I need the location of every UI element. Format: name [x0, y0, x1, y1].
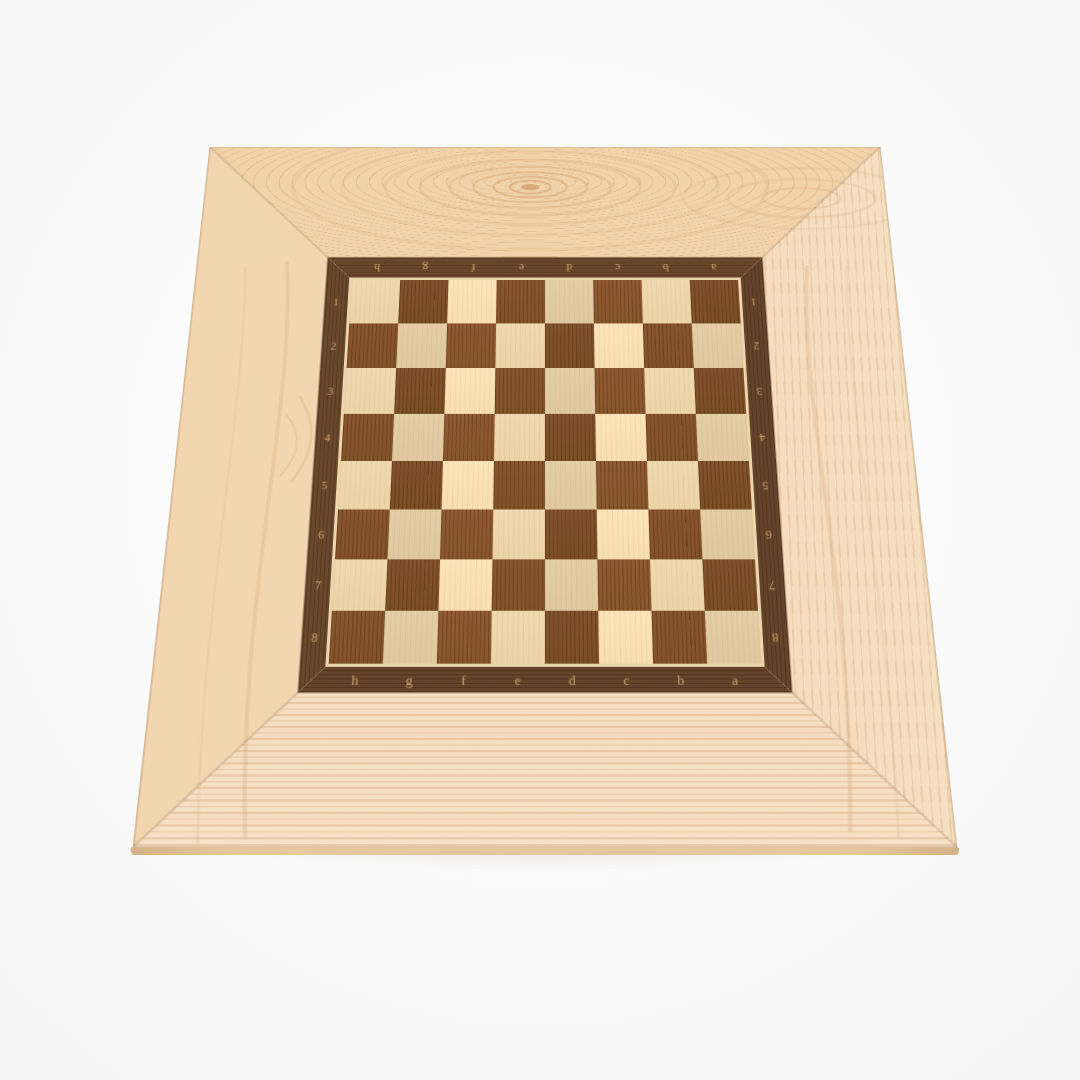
file-label-bottom-d: d — [569, 673, 576, 687]
rank-label-right-5: 5 — [762, 479, 769, 490]
rank-label-left-1: 1 — [333, 297, 339, 307]
file-label-top-d: d — [566, 262, 572, 273]
file-label-bottom-b: b — [677, 673, 684, 687]
square-e5[interactable] — [493, 461, 545, 509]
chessboard: hh11gg22ff33ee44dd55cc66bb77aa88 — [133, 147, 958, 848]
square-c6[interactable] — [597, 509, 650, 559]
file-label-bottom-f: f — [461, 673, 466, 687]
square-d5[interactable] — [545, 461, 597, 509]
square-b6[interactable] — [648, 509, 702, 559]
square-h2[interactable] — [347, 323, 399, 368]
square-h4[interactable] — [341, 414, 394, 461]
file-label-top-e: e — [518, 262, 524, 273]
file-label-bottom-e: e — [515, 673, 521, 687]
square-g4[interactable] — [392, 414, 444, 461]
rank-label-left-4: 4 — [324, 432, 331, 443]
square-h3[interactable] — [344, 368, 396, 414]
rank-label-right-4: 4 — [759, 432, 766, 443]
board-side-edge — [131, 848, 960, 855]
rank-label-left-3: 3 — [327, 385, 334, 396]
file-label-bottom-g: g — [406, 673, 413, 687]
file-label-top-a: a — [710, 262, 716, 273]
square-c5[interactable] — [596, 461, 648, 509]
square-b4[interactable] — [646, 414, 698, 461]
square-g6[interactable] — [388, 509, 442, 559]
square-f2[interactable] — [446, 323, 496, 368]
square-a6[interactable] — [700, 509, 755, 559]
square-a5[interactable] — [698, 461, 752, 509]
square-f6[interactable] — [440, 509, 493, 559]
square-e8[interactable] — [491, 611, 545, 664]
square-d7[interactable] — [545, 559, 598, 610]
square-b7[interactable] — [650, 559, 705, 610]
square-f8[interactable] — [437, 611, 492, 664]
square-a2[interactable] — [692, 323, 744, 368]
square-g5[interactable] — [390, 461, 443, 509]
square-c2[interactable] — [594, 323, 644, 368]
square-g2[interactable] — [396, 323, 447, 368]
square-a1[interactable] — [690, 280, 741, 323]
rank-label-right-3: 3 — [756, 385, 763, 396]
square-b1[interactable] — [642, 280, 692, 323]
file-label-bottom-h: h — [351, 673, 359, 687]
square-c8[interactable] — [598, 611, 653, 664]
square-e2[interactable] — [495, 323, 545, 368]
square-h5[interactable] — [338, 461, 392, 509]
square-c1[interactable] — [593, 280, 643, 323]
rank-label-right-7: 7 — [769, 579, 776, 591]
square-e7[interactable] — [492, 559, 545, 610]
rank-label-left-8: 8 — [311, 631, 318, 643]
square-b5[interactable] — [647, 461, 700, 509]
file-label-top-f: f — [471, 262, 475, 273]
square-b3[interactable] — [644, 368, 696, 414]
square-e6[interactable] — [493, 509, 545, 559]
rank-label-left-6: 6 — [318, 528, 325, 540]
file-label-bottom-a: a — [732, 673, 739, 687]
rank-label-left-2: 2 — [330, 340, 336, 350]
square-a8[interactable] — [705, 611, 761, 664]
square-g8[interactable] — [383, 611, 439, 664]
file-label-top-b: b — [662, 262, 669, 273]
square-f1[interactable] — [447, 280, 497, 323]
square-a3[interactable] — [694, 368, 746, 414]
square-h1[interactable] — [349, 280, 400, 323]
square-d8[interactable] — [545, 611, 599, 664]
file-label-bottom-c: c — [623, 673, 629, 687]
square-e4[interactable] — [494, 414, 545, 461]
square-g3[interactable] — [394, 368, 446, 414]
chess-board-grid — [329, 280, 762, 664]
square-c7[interactable] — [597, 559, 651, 610]
file-label-top-c: c — [614, 262, 620, 273]
square-f3[interactable] — [444, 368, 495, 414]
square-f4[interactable] — [443, 414, 495, 461]
square-f7[interactable] — [438, 559, 492, 610]
square-c4[interactable] — [595, 414, 647, 461]
square-d4[interactable] — [545, 414, 596, 461]
file-label-top-g: g — [422, 262, 429, 273]
photo-background: hh11gg22ff33ee44dd55cc66bb77aa88 — [0, 0, 1080, 1080]
square-d3[interactable] — [545, 368, 595, 414]
square-c3[interactable] — [595, 368, 646, 414]
rank-label-left-5: 5 — [321, 479, 328, 490]
square-e3[interactable] — [495, 368, 545, 414]
square-d2[interactable] — [545, 323, 595, 368]
rank-label-right-8: 8 — [772, 631, 779, 643]
rank-label-right-1: 1 — [750, 297, 756, 307]
rank-label-right-2: 2 — [753, 340, 759, 350]
square-d1[interactable] — [545, 280, 594, 323]
square-h8[interactable] — [329, 611, 385, 664]
square-g7[interactable] — [385, 559, 440, 610]
square-h6[interactable] — [335, 509, 390, 559]
square-b8[interactable] — [652, 611, 708, 664]
square-e1[interactable] — [496, 280, 545, 323]
square-a4[interactable] — [696, 414, 749, 461]
square-f5[interactable] — [442, 461, 494, 509]
rank-label-right-6: 6 — [765, 528, 772, 540]
square-g1[interactable] — [398, 280, 448, 323]
square-a7[interactable] — [702, 559, 758, 610]
square-b2[interactable] — [643, 323, 694, 368]
file-label-top-h: h — [373, 262, 380, 273]
square-d6[interactable] — [545, 509, 597, 559]
square-h7[interactable] — [332, 559, 388, 610]
rank-label-left-7: 7 — [314, 579, 321, 591]
